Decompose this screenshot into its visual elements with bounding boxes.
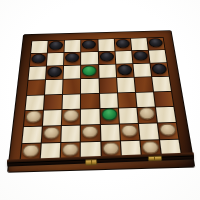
checker-light-piece[interactable] [141,140,159,154]
checkers-board [7,30,195,173]
square-b5 [45,80,63,94]
square-g4 [136,92,155,107]
checker-dark-piece[interactable] [99,52,113,62]
checker-dark-piece[interactable] [151,64,167,75]
checker-light-piece[interactable] [138,107,155,119]
square-h8[interactable] [147,38,164,50]
checker-light-piece[interactable] [63,110,79,122]
checker-light-piece[interactable] [62,143,79,157]
square-a7[interactable] [30,53,47,66]
square-d4[interactable] [81,93,99,108]
board-frame [7,30,195,173]
square-h3 [156,107,176,123]
square-e2 [100,124,119,141]
square-f3 [119,108,138,124]
square-e3[interactable] [100,108,118,124]
checker-dark-piece[interactable] [31,54,46,64]
square-a6 [28,67,46,80]
square-h5 [152,77,171,91]
square-c6 [64,66,81,79]
square-b3 [43,110,62,126]
checker-dark-piece[interactable] [115,39,129,49]
checker-green-piece[interactable] [101,108,117,120]
square-f6[interactable] [116,64,133,77]
square-c4 [63,94,81,109]
square-b4[interactable] [44,94,62,109]
square-f7 [115,51,132,64]
square-e8 [98,39,114,51]
square-f2[interactable] [120,124,140,141]
square-d5 [81,79,98,93]
square-c8 [65,40,81,52]
square-h4[interactable] [154,91,173,106]
photo-background [0,0,200,200]
square-a8 [31,41,48,53]
checker-green-piece[interactable] [82,65,97,76]
square-e6 [99,65,116,78]
square-c3[interactable] [62,109,80,125]
square-g2 [139,123,159,140]
checker-dark-piece[interactable] [65,53,79,63]
checker-dark-piece[interactable] [117,64,132,75]
checker-dark-piece[interactable] [148,38,163,48]
checker-light-piece[interactable] [22,144,40,158]
checker-light-piece[interactable] [25,111,42,123]
checker-dark-piece[interactable] [82,40,96,50]
square-h7 [149,50,167,63]
square-g5[interactable] [134,77,152,91]
square-d2[interactable] [81,125,100,142]
square-b7 [47,53,64,66]
square-g8 [131,38,148,50]
square-f8[interactable] [114,39,131,51]
square-d8[interactable] [82,40,98,52]
square-d7 [81,52,97,65]
square-g7[interactable] [132,51,149,64]
square-f5 [117,78,135,92]
square-g6 [133,64,151,77]
square-a3[interactable] [24,110,43,126]
square-e5[interactable] [99,78,116,92]
checker-dark-piece[interactable] [133,51,148,61]
checker-light-piece[interactable] [82,125,98,138]
square-e7[interactable] [98,52,115,65]
square-h2[interactable] [158,123,179,140]
square-d3 [81,109,99,125]
checker-light-piece[interactable] [102,142,119,156]
checker-light-piece[interactable] [159,123,177,136]
square-d6[interactable] [81,65,98,78]
board-grid [19,37,182,162]
square-c2 [62,125,81,142]
checker-dark-piece[interactable] [49,41,63,51]
square-a2 [22,126,42,143]
checker-dark-piece[interactable] [47,66,62,77]
square-e4 [100,93,118,108]
square-a5[interactable] [27,80,45,94]
square-a4 [26,95,45,110]
square-g3[interactable] [137,107,156,123]
square-b8[interactable] [48,40,64,52]
square-h6[interactable] [150,63,168,76]
square-f4[interactable] [118,92,136,107]
checker-light-piece[interactable] [43,126,60,139]
square-c5[interactable] [63,79,80,93]
checker-light-piece[interactable] [121,124,138,137]
square-b2[interactable] [42,126,61,143]
square-c7[interactable] [64,53,80,66]
square-b6[interactable] [46,66,63,79]
hinge-left-icon [85,159,97,165]
hinge-right-icon [148,155,162,161]
